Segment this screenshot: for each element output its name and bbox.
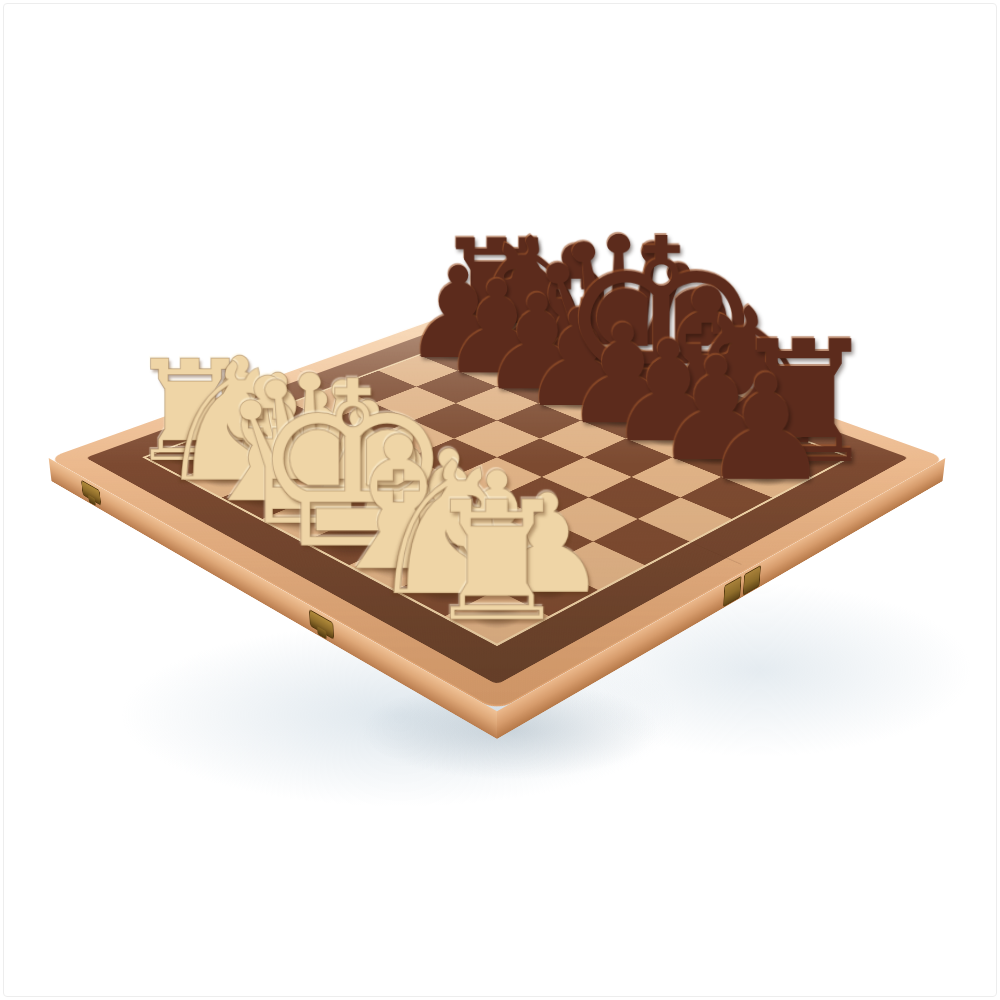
white-rook-icon: ♜: [320, 480, 674, 645]
product-photo: ♜♞♝♛♚♝♞♜♟♟♟♟♟♟♟♟♟♟♟♟♟♟♟♟♜♞♝♛♚♝♞♜: [0, 0, 1000, 1000]
pieces-layer: ♜♞♝♛♚♝♞♜♟♟♟♟♟♟♟♟♟♟♟♟♟♟♟♟♜♞♝♛♚♝♞♜: [49, 297, 946, 711]
chess-set-scene: ♜♞♝♛♚♝♞♜♟♟♟♟♟♟♟♟♟♟♟♟♟♟♟♟♜♞♝♛♚♝♞♜: [0, 0, 1000, 1000]
